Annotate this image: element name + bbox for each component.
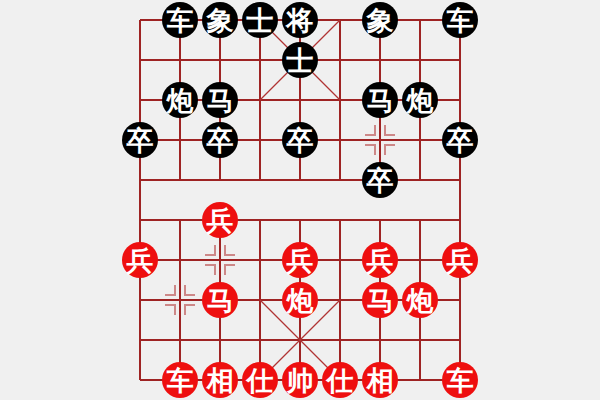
piece-black-cannon[interactable]: 炮 (402, 82, 438, 118)
piece-red-cannon[interactable]: 炮 (282, 282, 318, 318)
piece-red-elephant[interactable]: 相 (362, 362, 398, 398)
piece-red-cannon[interactable]: 炮 (402, 282, 438, 318)
piece-black-soldier[interactable]: 卒 (362, 162, 398, 198)
piece-black-soldier[interactable]: 卒 (282, 122, 318, 158)
piece-black-advisor[interactable]: 士 (282, 42, 318, 78)
piece-black-elephant[interactable]: 象 (362, 2, 398, 38)
xiangqi-board-screenshot: 车象士将象车士炮马马炮卒卒卒卒卒兵兵兵兵兵马炮马炮车相仕帅仕相车 (0, 0, 600, 400)
piece-red-chariot[interactable]: 车 (442, 362, 478, 398)
piece-red-soldier[interactable]: 兵 (202, 202, 238, 238)
piece-black-soldier[interactable]: 卒 (202, 122, 238, 158)
piece-red-soldier[interactable]: 兵 (122, 242, 158, 278)
piece-black-cannon[interactable]: 炮 (162, 82, 198, 118)
piece-red-elephant[interactable]: 相 (202, 362, 238, 398)
piece-red-soldier[interactable]: 兵 (282, 242, 318, 278)
piece-black-horse[interactable]: 马 (202, 82, 238, 118)
piece-red-horse[interactable]: 马 (202, 282, 238, 318)
piece-black-horse[interactable]: 马 (362, 82, 398, 118)
piece-black-soldier[interactable]: 卒 (442, 122, 478, 158)
piece-red-soldier[interactable]: 兵 (442, 242, 478, 278)
xiangqi-board: 车象士将象车士炮马马炮卒卒卒卒卒兵兵兵兵兵马炮马炮车相仕帅仕相车 (120, 0, 480, 400)
piece-red-general[interactable]: 帅 (282, 362, 318, 398)
piece-black-chariot[interactable]: 车 (162, 2, 198, 38)
piece-red-horse[interactable]: 马 (362, 282, 398, 318)
piece-red-soldier[interactable]: 兵 (362, 242, 398, 278)
piece-red-advisor[interactable]: 仕 (242, 362, 278, 398)
piece-black-advisor[interactable]: 士 (242, 2, 278, 38)
piece-red-advisor[interactable]: 仕 (322, 362, 358, 398)
piece-black-soldier[interactable]: 卒 (122, 122, 158, 158)
piece-black-general[interactable]: 将 (282, 2, 318, 38)
piece-black-chariot[interactable]: 车 (442, 2, 478, 38)
piece-black-elephant[interactable]: 象 (202, 2, 238, 38)
piece-red-chariot[interactable]: 车 (162, 362, 198, 398)
